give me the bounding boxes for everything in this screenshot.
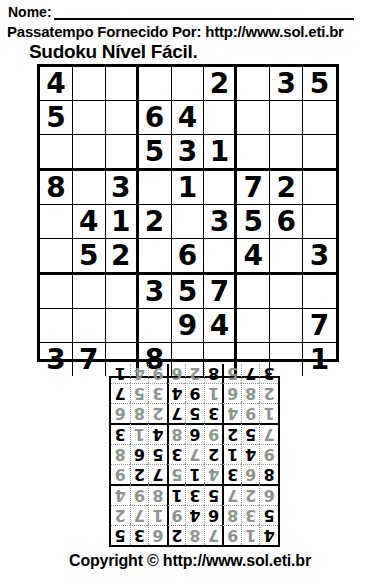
solution-cell-r7c4: 3 xyxy=(204,403,223,423)
solution-cell-r4c8: 2 xyxy=(130,464,149,484)
solution-cell-r8c9: 7 xyxy=(111,383,130,403)
sudoku-cell-r8c3[interactable] xyxy=(106,309,139,343)
sudoku-cell-r3c1[interactable] xyxy=(40,135,73,171)
solution-cell-r3c5: 3 xyxy=(185,484,204,505)
sudoku-cell-r5c7[interactable]: 5 xyxy=(237,205,270,239)
sudoku-cell-r7c3[interactable] xyxy=(106,275,139,309)
sudoku-cell-r3c4[interactable]: 5 xyxy=(139,135,172,171)
sudoku-cell-r7c7[interactable] xyxy=(237,275,270,309)
sudoku-cell-r4c2[interactable] xyxy=(73,171,106,205)
solution-cell-r7c1: 1 xyxy=(259,403,278,423)
sudoku-cell-r5c3[interactable]: 1 xyxy=(106,205,139,239)
solution-cell-r9c4: 8 xyxy=(204,364,223,383)
solution-cell-r2c4: 6 xyxy=(204,505,223,525)
sudoku-cell-r7c4[interactable]: 3 xyxy=(139,275,172,309)
solution-cell-r2c3: 8 xyxy=(222,505,241,525)
solution-cell-r1c9: 5 xyxy=(111,525,130,545)
solution-cell-r7c2: 9 xyxy=(241,403,260,423)
solution-cell-r5c2: 4 xyxy=(241,444,260,464)
sudoku-cell-r2c1[interactable]: 5 xyxy=(40,101,73,135)
name-underline xyxy=(54,4,354,20)
sudoku-cell-r3c2[interactable] xyxy=(73,135,106,171)
solution-cell-r9c3: 5 xyxy=(222,364,241,383)
sudoku-cell-r5c5[interactable] xyxy=(172,205,205,239)
solution-cell-r2c8: 7 xyxy=(130,505,149,525)
sudoku-cell-r6c5[interactable]: 6 xyxy=(172,239,205,275)
sudoku-cell-r7c1[interactable] xyxy=(40,275,73,309)
sudoku-cell-r5c4[interactable]: 2 xyxy=(139,205,172,239)
solution-cell-r9c1: 3 xyxy=(259,364,278,383)
sudoku-cell-r5c2[interactable]: 4 xyxy=(73,205,106,239)
solution-cell-r3c3: 7 xyxy=(222,484,241,505)
sudoku-cell-r8c2[interactable] xyxy=(73,309,106,343)
sudoku-cell-r1c6[interactable]: 2 xyxy=(204,67,237,101)
solution-cell-r5c4: 2 xyxy=(204,444,223,464)
sudoku-cell-r6c4[interactable] xyxy=(139,239,172,275)
name-label: Nome: xyxy=(8,4,52,20)
solution-cell-r7c3: 4 xyxy=(222,403,241,423)
sudoku-cell-r6c1[interactable] xyxy=(40,239,73,275)
solution-cell-r8c6: 4 xyxy=(167,383,186,403)
sudoku-cell-r6c9[interactable]: 3 xyxy=(303,239,336,275)
solution-cell-r3c1: 6 xyxy=(259,484,278,505)
sudoku-cell-r1c8[interactable]: 3 xyxy=(270,67,303,101)
sudoku-cell-r1c2[interactable] xyxy=(73,67,106,101)
solution-cell-r1c7: 6 xyxy=(148,525,167,545)
sudoku-cell-r2c9[interactable] xyxy=(303,101,336,135)
solution-cell-r3c4: 5 xyxy=(204,484,223,505)
sudoku-cell-r4c6[interactable] xyxy=(204,171,237,205)
sudoku-cell-r5c9[interactable] xyxy=(303,205,336,239)
sudoku-cell-r6c7[interactable]: 4 xyxy=(237,239,270,275)
sudoku-cell-r8c4[interactable] xyxy=(139,309,172,343)
name-row: Nome: xyxy=(8,4,354,20)
solution-cell-r8c1: 2 xyxy=(259,383,278,403)
solution-cell-r6c5: 6 xyxy=(185,423,204,444)
sudoku-cell-r6c3[interactable]: 2 xyxy=(106,239,139,275)
solution-cell-r8c4: 1 xyxy=(204,383,223,403)
solution-cell-r6c4: 9 xyxy=(204,423,223,444)
sudoku-cell-r5c6[interactable]: 3 xyxy=(204,205,237,239)
solution-cell-r9c2: 7 xyxy=(241,364,260,383)
sudoku-cell-r7c2[interactable] xyxy=(73,275,106,309)
solution-cell-r4c3: 3 xyxy=(222,464,241,484)
sudoku-cell-r8c6[interactable]: 4 xyxy=(204,309,237,343)
solution-cell-r8c5: 9 xyxy=(185,383,204,403)
sudoku-cell-r1c5[interactable] xyxy=(172,67,205,101)
solution-cell-r1c2: 1 xyxy=(241,525,260,545)
sudoku-cell-r1c4[interactable] xyxy=(139,67,172,101)
solution-cell-r5c6: 3 xyxy=(167,444,186,464)
solution-cell-r2c7: 1 xyxy=(148,505,167,525)
sudoku-cell-r4c4[interactable] xyxy=(139,171,172,205)
sudoku-cell-r6c2[interactable]: 5 xyxy=(73,239,106,275)
solution-cell-r4c6: 5 xyxy=(167,464,186,484)
solution-cell-r8c7: 3 xyxy=(148,383,167,403)
sudoku-cell-r4c8[interactable]: 2 xyxy=(270,171,303,205)
solution-cell-r9c7: 9 xyxy=(148,364,167,383)
sudoku-cell-r8c7[interactable] xyxy=(237,309,270,343)
solution-cell-r1c1: 4 xyxy=(259,525,278,545)
solution-cell-r7c8: 8 xyxy=(130,403,149,423)
sudoku-cell-r4c1[interactable]: 8 xyxy=(40,171,73,205)
sudoku-cell-r7c8[interactable] xyxy=(270,275,303,309)
sudoku-cell-r7c6[interactable]: 7 xyxy=(204,275,237,309)
sudoku-cell-r2c7[interactable] xyxy=(237,101,270,135)
solution-cell-r5c1: 9 xyxy=(259,444,278,464)
solution-cell-r2c5: 4 xyxy=(185,505,204,525)
sudoku-cell-r4c7[interactable]: 7 xyxy=(237,171,270,205)
solution-cell-r6c6: 8 xyxy=(167,423,186,444)
solution-cell-r5c7: 5 xyxy=(148,444,167,464)
solution-cell-r1c6: 2 xyxy=(167,525,186,545)
solution-cell-r6c7: 4 xyxy=(148,423,167,444)
sudoku-cell-r3c6[interactable]: 1 xyxy=(204,135,237,171)
sudoku-cell-r2c2[interactable] xyxy=(73,101,106,135)
solution-cell-r8c8: 5 xyxy=(130,383,149,403)
sudoku-cell-r5c1[interactable] xyxy=(40,205,73,239)
solution-cell-r4c9: 9 xyxy=(111,464,130,484)
sudoku-cell-r5c8[interactable]: 6 xyxy=(270,205,303,239)
solution-cell-r4c5: 1 xyxy=(185,464,204,484)
copyright-line: Copyright © http://www.sol.eti.br xyxy=(0,552,380,570)
solution-cell-r4c4: 4 xyxy=(204,464,223,484)
sudoku-cell-r9c9[interactable]: 1 xyxy=(303,343,336,376)
solution-cell-r2c6: 9 xyxy=(167,505,186,525)
solution-cell-r6c3: 2 xyxy=(222,423,241,444)
sudoku-cell-r3c7[interactable] xyxy=(237,135,270,171)
solution-cell-r1c8: 3 xyxy=(130,525,149,545)
sudoku-cell-r3c5[interactable]: 3 xyxy=(172,135,205,171)
solution-cell-r8c2: 8 xyxy=(241,383,260,403)
solution-cell-r9c6: 6 xyxy=(167,364,186,383)
solution-cell-r4c1: 8 xyxy=(259,464,278,484)
sudoku-cell-r8c1[interactable] xyxy=(40,309,73,343)
solution-cell-r1c5: 8 xyxy=(185,525,204,545)
sudoku-cell-r1c7[interactable] xyxy=(237,67,270,101)
solution-cell-r9c8: 4 xyxy=(130,364,149,383)
worksheet-page: Nome: Passatempo Fornecido Por: http://w… xyxy=(0,0,380,585)
solution-cell-r2c1: 5 xyxy=(259,505,278,525)
solution-cell-r2c2: 3 xyxy=(241,505,260,525)
sudoku-cell-r2c5[interactable]: 4 xyxy=(172,101,205,135)
solution-cell-r7c9: 6 xyxy=(111,403,130,423)
solution-cell-r5c5: 7 xyxy=(185,444,204,464)
sudoku-cell-r2c3[interactable] xyxy=(106,101,139,135)
solution-grid-rotated: 4197826355386491726275318948634157299412… xyxy=(109,376,280,547)
solution-cell-r4c2: 6 xyxy=(241,464,260,484)
solution-cell-r3c6: 1 xyxy=(167,484,186,505)
solution-cell-r9c9: 1 xyxy=(111,364,130,383)
sudoku-cell-r1c9[interactable]: 5 xyxy=(303,67,336,101)
sudoku-cell-r4c3[interactable]: 3 xyxy=(106,171,139,205)
sudoku-cell-r9c2[interactable]: 7 xyxy=(73,343,106,376)
solution-cell-r3c7: 8 xyxy=(148,484,167,505)
solution-cell-r5c3: 1 xyxy=(222,444,241,464)
sudoku-cell-r1c3[interactable] xyxy=(106,67,139,101)
solution-cell-r8c3: 6 xyxy=(222,383,241,403)
solution-cell-r6c9: 3 xyxy=(111,423,130,444)
sudoku-grid: 423556453183172412356526433579473781 xyxy=(37,64,339,362)
solution-cell-r6c8: 1 xyxy=(130,423,149,444)
solution-cell-r1c3: 9 xyxy=(222,525,241,545)
solution-cell-r3c2: 2 xyxy=(241,484,260,505)
sudoku-cell-r4c5[interactable]: 1 xyxy=(172,171,205,205)
solution-cell-r7c7: 2 xyxy=(148,403,167,423)
sudoku-cell-r7c9[interactable] xyxy=(303,275,336,309)
solution-cell-r6c1: 7 xyxy=(259,423,278,444)
sudoku-cell-r2c4[interactable]: 6 xyxy=(139,101,172,135)
solution-cell-r6c2: 5 xyxy=(241,423,260,444)
sudoku-cell-r6c6[interactable] xyxy=(204,239,237,275)
solution-cell-r3c9: 4 xyxy=(111,484,130,505)
solution-cell-r2c9: 2 xyxy=(111,505,130,525)
sudoku-cell-r1c1[interactable]: 4 xyxy=(40,67,73,101)
sudoku-cell-r9c1[interactable]: 3 xyxy=(40,343,73,376)
sudoku-cell-r8c8[interactable] xyxy=(270,309,303,343)
solution-cell-r7c5: 5 xyxy=(185,403,204,423)
sudoku-cell-r3c9[interactable] xyxy=(303,135,336,171)
solution-cell-r1c4: 7 xyxy=(204,525,223,545)
sudoku-cell-r3c8[interactable] xyxy=(270,135,303,171)
sudoku-cell-r8c5[interactable]: 9 xyxy=(172,309,205,343)
sudoku-cell-r6c8[interactable] xyxy=(270,239,303,275)
solution-cell-r5c9: 8 xyxy=(111,444,130,464)
sudoku-cell-r2c6[interactable] xyxy=(204,101,237,135)
page-title: Sudoku Nível Fácil. xyxy=(29,41,198,63)
sudoku-cell-r8c9[interactable]: 7 xyxy=(303,309,336,343)
sudoku-cell-r7c5[interactable]: 5 xyxy=(172,275,205,309)
provider-line: Passatempo Fornecido Por: http://www.sol… xyxy=(7,23,344,40)
solution-cell-r4c7: 7 xyxy=(148,464,167,484)
solution-cell-r5c8: 6 xyxy=(130,444,149,464)
solution-cell-r7c6: 7 xyxy=(167,403,186,423)
sudoku-cell-r2c8[interactable] xyxy=(270,101,303,135)
solution-cell-r9c5: 2 xyxy=(185,364,204,383)
sudoku-cell-r3c3[interactable] xyxy=(106,135,139,171)
sudoku-cell-r4c9[interactable] xyxy=(303,171,336,205)
solution-cell-r3c8: 9 xyxy=(130,484,149,505)
